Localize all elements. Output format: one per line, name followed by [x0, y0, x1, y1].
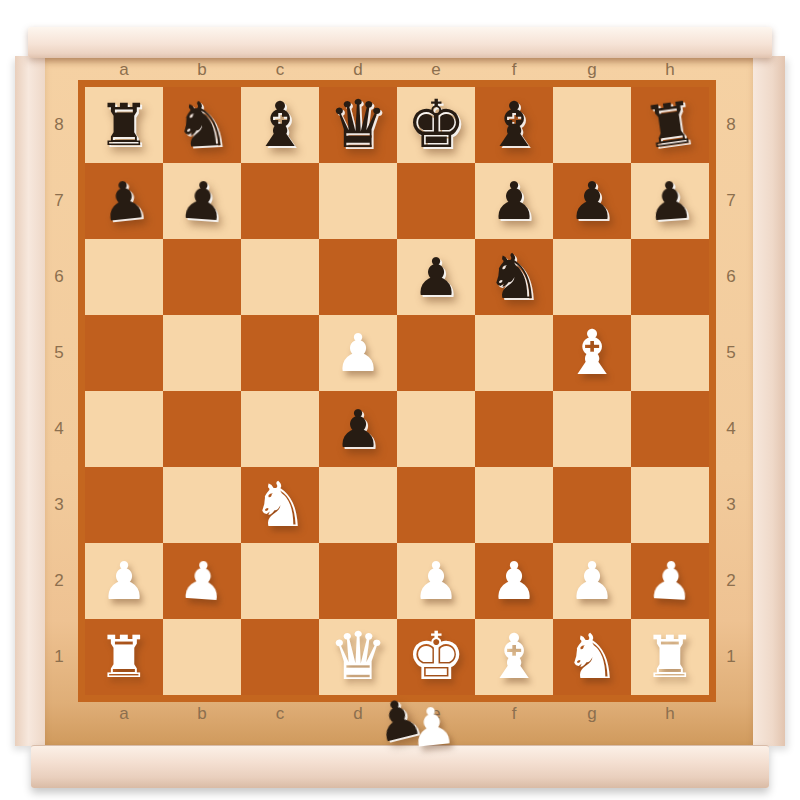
- square-g2[interactable]: ♟: [553, 543, 631, 619]
- piece-black-rook[interactable]: ♜: [98, 96, 150, 154]
- square-c1[interactable]: [241, 619, 319, 695]
- file-label-a: a: [85, 59, 163, 81]
- square-f4[interactable]: [475, 391, 553, 467]
- piece-white-rook[interactable]: ♜: [98, 628, 150, 686]
- file-label-f: f: [475, 703, 553, 725]
- square-c4[interactable]: [241, 391, 319, 467]
- square-f2[interactable]: ♟: [475, 543, 553, 619]
- piece-white-pawn[interactable]: ♟: [101, 555, 148, 607]
- piece-white-king[interactable]: ♚: [406, 624, 465, 690]
- square-h1[interactable]: ♜: [631, 619, 709, 695]
- square-f6[interactable]: ♞: [475, 239, 553, 315]
- captured-white-pawn[interactable]: ♟: [406, 699, 458, 756]
- frame-bottom-rail: [31, 745, 769, 788]
- file-label-g: g: [553, 703, 631, 725]
- rank-label-1: 1: [42, 619, 76, 695]
- square-a3[interactable]: [85, 467, 163, 543]
- square-e5[interactable]: [397, 315, 475, 391]
- piece-white-pawn[interactable]: ♟: [413, 555, 460, 607]
- rank-labels-right: 87654321: [714, 87, 748, 695]
- piece-black-pawn[interactable]: ♟: [569, 175, 616, 227]
- piece-white-pawn[interactable]: ♟: [491, 555, 538, 607]
- square-a4[interactable]: [85, 391, 163, 467]
- square-c8[interactable]: ♝: [241, 87, 319, 163]
- file-label-d: d: [319, 59, 397, 81]
- square-a5[interactable]: [85, 315, 163, 391]
- square-f3[interactable]: [475, 467, 553, 543]
- square-c7[interactable]: [241, 163, 319, 239]
- square-h6[interactable]: [631, 239, 709, 315]
- rank-label-6: 6: [714, 239, 748, 315]
- rank-labels-left: 87654321: [42, 87, 76, 695]
- square-f5[interactable]: [475, 315, 553, 391]
- piece-white-pawn[interactable]: ♟: [335, 327, 382, 379]
- piece-white-knight[interactable]: ♞: [252, 474, 308, 536]
- square-c6[interactable]: [241, 239, 319, 315]
- square-e8[interactable]: ♚: [397, 87, 475, 163]
- frame-right-rail: [753, 56, 785, 746]
- square-b8[interactable]: ♞: [163, 87, 241, 163]
- square-h3[interactable]: [631, 467, 709, 543]
- rank-label-3: 3: [714, 467, 748, 543]
- square-d4[interactable]: ♟: [319, 391, 397, 467]
- square-g4[interactable]: [553, 391, 631, 467]
- square-d5[interactable]: ♟: [319, 315, 397, 391]
- square-f1[interactable]: ♝: [475, 619, 553, 695]
- square-b4[interactable]: [163, 391, 241, 467]
- file-label-e: e: [397, 59, 475, 81]
- frame-top-rail: [28, 27, 772, 58]
- file-label-c: c: [241, 59, 319, 81]
- piece-black-rook[interactable]: ♜: [640, 93, 700, 158]
- file-label-c: c: [241, 703, 319, 725]
- piece-black-king[interactable]: ♚: [406, 92, 465, 158]
- square-d8[interactable]: ♛: [319, 87, 397, 163]
- square-h5[interactable]: [631, 315, 709, 391]
- rank-label-1: 1: [714, 619, 748, 695]
- square-d2[interactable]: [319, 543, 397, 619]
- square-f7[interactable]: ♟: [475, 163, 553, 239]
- file-labels-top: abcdefgh: [85, 59, 709, 81]
- square-h7[interactable]: ♟: [631, 163, 709, 239]
- piece-black-pawn[interactable]: ♟: [645, 173, 695, 228]
- file-label-b: b: [163, 703, 241, 725]
- square-b3[interactable]: [163, 467, 241, 543]
- square-g6[interactable]: [553, 239, 631, 315]
- square-e6[interactable]: ♟: [397, 239, 475, 315]
- piece-white-rook[interactable]: ♜: [644, 628, 696, 686]
- square-d7[interactable]: [319, 163, 397, 239]
- frame-left-rail: [15, 56, 45, 746]
- square-d1[interactable]: ♛: [319, 619, 397, 695]
- piece-white-knight[interactable]: ♞: [564, 626, 620, 688]
- file-label-b: b: [163, 59, 241, 81]
- rank-label-2: 2: [714, 543, 748, 619]
- square-d6[interactable]: [319, 239, 397, 315]
- square-c3[interactable]: ♞: [241, 467, 319, 543]
- square-e1[interactable]: ♚: [397, 619, 475, 695]
- piece-black-knight[interactable]: ♞: [486, 246, 542, 308]
- rank-label-8: 8: [42, 87, 76, 163]
- rank-label-7: 7: [714, 163, 748, 239]
- square-e3[interactable]: [397, 467, 475, 543]
- piece-black-pawn[interactable]: ♟: [335, 403, 382, 455]
- demonstration-chess-board: abcdefgh abcdefgh 87654321 87654321 ♜♞♝♛…: [0, 0, 800, 800]
- file-label-g: g: [553, 59, 631, 81]
- file-label-h: h: [631, 703, 709, 725]
- piece-black-knight[interactable]: ♞: [173, 93, 232, 158]
- square-g3[interactable]: [553, 467, 631, 543]
- file-label-f: f: [475, 59, 553, 81]
- square-b7[interactable]: ♟: [163, 163, 241, 239]
- piece-white-bishop[interactable]: ♝: [564, 322, 620, 384]
- piece-black-bishop[interactable]: ♝: [486, 94, 542, 156]
- square-h4[interactable]: [631, 391, 709, 467]
- piece-white-pawn[interactable]: ♟: [177, 553, 227, 608]
- file-label-a: a: [85, 703, 163, 725]
- square-a2[interactable]: ♟: [85, 543, 163, 619]
- square-a8[interactable]: ♜: [85, 87, 163, 163]
- square-a1[interactable]: ♜: [85, 619, 163, 695]
- rank-label-8: 8: [714, 87, 748, 163]
- square-e2[interactable]: ♟: [397, 543, 475, 619]
- square-g1[interactable]: ♞: [553, 619, 631, 695]
- rank-label-6: 6: [42, 239, 76, 315]
- square-h8[interactable]: ♜: [631, 87, 709, 163]
- rank-label-4: 4: [42, 391, 76, 467]
- square-a6[interactable]: [85, 239, 163, 315]
- square-f8[interactable]: ♝: [475, 87, 553, 163]
- rank-label-5: 5: [42, 315, 76, 391]
- square-c2[interactable]: [241, 543, 319, 619]
- square-a7[interactable]: ♟: [85, 163, 163, 239]
- square-b2[interactable]: ♟: [163, 543, 241, 619]
- square-b1[interactable]: [163, 619, 241, 695]
- rank-label-7: 7: [42, 163, 76, 239]
- piece-white-bishop[interactable]: ♝: [486, 626, 542, 688]
- piece-black-queen[interactable]: ♛: [328, 92, 387, 158]
- square-b6[interactable]: [163, 239, 241, 315]
- piece-white-pawn[interactable]: ♟: [645, 554, 694, 608]
- square-e7[interactable]: [397, 163, 475, 239]
- square-g8[interactable]: [553, 87, 631, 163]
- piece-black-pawn[interactable]: ♟: [413, 251, 460, 303]
- piece-black-pawn[interactable]: ♟: [491, 175, 538, 227]
- square-e4[interactable]: [397, 391, 475, 467]
- rank-label-4: 4: [714, 391, 748, 467]
- piece-white-pawn[interactable]: ♟: [569, 555, 616, 607]
- square-g7[interactable]: ♟: [553, 163, 631, 239]
- square-b5[interactable]: [163, 315, 241, 391]
- square-d3[interactable]: [319, 467, 397, 543]
- piece-black-pawn[interactable]: ♟: [177, 173, 227, 228]
- file-label-h: h: [631, 59, 709, 81]
- board-grid: ♜♞♝♛♚♝♜♟♟♟♟♟♟♞♟♝♟♞♟♟♟♟♟♟♜♛♚♝♞♜: [85, 87, 709, 695]
- square-c5[interactable]: [241, 315, 319, 391]
- piece-black-pawn[interactable]: ♟: [98, 173, 150, 230]
- rank-label-2: 2: [42, 543, 76, 619]
- square-h2[interactable]: ♟: [631, 543, 709, 619]
- square-g5[interactable]: ♝: [553, 315, 631, 391]
- board-border: ♜♞♝♛♚♝♜♟♟♟♟♟♟♞♟♝♟♞♟♟♟♟♟♟♜♛♚♝♞♜: [78, 80, 716, 702]
- piece-black-bishop[interactable]: ♝: [252, 94, 308, 156]
- rank-label-5: 5: [714, 315, 748, 391]
- rank-label-3: 3: [42, 467, 76, 543]
- piece-white-queen[interactable]: ♛: [328, 624, 387, 690]
